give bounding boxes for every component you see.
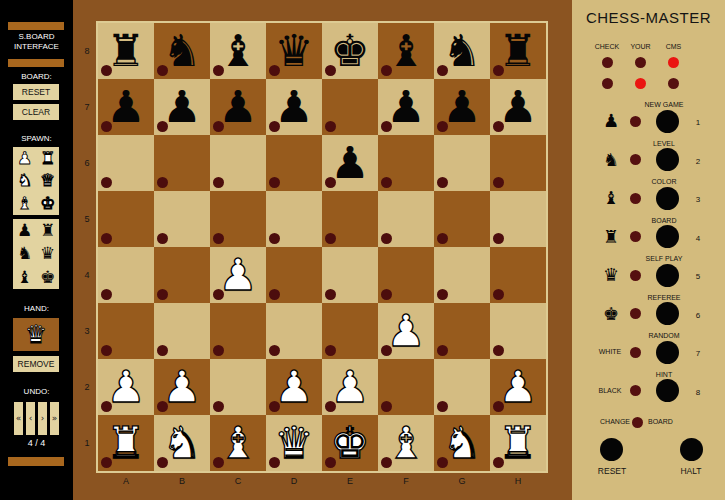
piece-black-pawn[interactable]: ♟ (218, 79, 257, 135)
piece-black-rook[interactable]: ♜ (498, 23, 537, 79)
spawn-section-label: SPAWN: (0, 134, 73, 144)
board-reset-button[interactable]: RESET (13, 84, 59, 100)
undo-back-button[interactable]: ‹ (26, 402, 35, 435)
square-d8[interactable]: ♛ (266, 23, 322, 79)
piece-black-bishop[interactable]: ♝ (386, 23, 425, 79)
sensor-dot (381, 177, 392, 188)
piece-white-rook[interactable]: ♜ (106, 415, 145, 471)
level-label: LEVEL (604, 140, 724, 147)
sensor-dot (493, 177, 504, 188)
square-c2[interactable] (210, 359, 266, 415)
square-e8[interactable]: ♚ (322, 23, 378, 79)
file-label-c: C (210, 473, 266, 489)
sensor-dot (101, 233, 112, 244)
rank-label-8: 8 (81, 23, 93, 79)
rank-label-7: 7 (81, 79, 93, 135)
piece-black-pawn[interactable]: ♟ (386, 79, 425, 135)
sensor-dot (493, 345, 504, 356)
hand-section-label: HAND: (0, 304, 73, 314)
square-a3[interactable] (98, 303, 154, 359)
rook-icon: ♜ (595, 226, 627, 248)
referee-button[interactable] (656, 302, 679, 325)
square-e1[interactable]: ♚ (322, 415, 378, 471)
button-number-3: 3 (690, 195, 706, 204)
status-led-your-row1 (635, 57, 646, 68)
rank-label-5: 5 (81, 191, 93, 247)
undo-section-label: UNDO: (0, 387, 73, 397)
spawn-black-king[interactable]: ♚ (40, 267, 55, 288)
piece-white-knight[interactable]: ♞ (442, 415, 481, 471)
square-f2[interactable] (378, 359, 434, 415)
square-f4[interactable] (378, 247, 434, 303)
status-led-check-row1 (602, 57, 613, 68)
sensor-dot (437, 345, 448, 356)
square-a5[interactable] (98, 191, 154, 247)
square-d7[interactable]: ♟ (266, 79, 322, 135)
spawn-white-knight[interactable]: ♞ (17, 170, 32, 191)
square-c1[interactable]: ♝ (210, 415, 266, 471)
square-f7[interactable]: ♟ (378, 79, 434, 135)
piece-white-pawn[interactable]: ♟ (330, 359, 369, 415)
spawn-black-queen[interactable]: ♛ (40, 243, 55, 264)
reset-button[interactable] (600, 438, 623, 461)
sensor-dot (157, 233, 168, 244)
sensor-dot (437, 233, 448, 244)
square-b5[interactable] (154, 191, 210, 247)
square-h2[interactable]: ♟ (490, 359, 546, 415)
file-label-h: H (490, 473, 546, 489)
sensor-dot (213, 233, 224, 244)
square-g6[interactable] (434, 135, 490, 191)
hand-piece-white-queen: ♛ (25, 320, 47, 350)
square-b2[interactable]: ♟ (154, 359, 210, 415)
square-f6[interactable] (378, 135, 434, 191)
file-label-e: E (322, 473, 378, 489)
square-e2[interactable]: ♟ (322, 359, 378, 415)
square-d3[interactable] (266, 303, 322, 359)
sensor-dot (325, 289, 336, 300)
piece-black-pawn[interactable]: ♟ (106, 79, 145, 135)
rank-label-4: 4 (81, 247, 93, 303)
sensor-dot (437, 289, 448, 300)
rank-labels: 87654321 (81, 23, 93, 471)
board-section-label: BOARD: (0, 72, 73, 82)
square-d4[interactable] (266, 247, 322, 303)
spawn-black-pawn[interactable]: ♟ (17, 220, 32, 241)
piece-black-pawn[interactable]: ♟ (274, 79, 313, 135)
hint-label: HINT (604, 371, 724, 378)
cms-label: CMS (649, 43, 699, 50)
sidebar-title-line2: INTERFACE (0, 42, 73, 52)
square-g5[interactable] (434, 191, 490, 247)
sidebar-title: S.BOARD INTERFACE (0, 32, 73, 52)
piece-white-pawn[interactable]: ♟ (498, 359, 537, 415)
rank-label-6: 6 (81, 135, 93, 191)
piece-black-knight[interactable]: ♞ (162, 23, 201, 79)
status-led-check-row2 (602, 78, 613, 89)
square-e6[interactable]: ♟ (322, 135, 378, 191)
button-number-8: 8 (690, 388, 706, 397)
queen-icon: ♛ (595, 264, 627, 286)
file-labels: ABCDEFGH (98, 473, 546, 489)
file-label-d: D (266, 473, 322, 489)
sensor-dot (325, 345, 336, 356)
undo-first-button[interactable]: « (14, 402, 23, 435)
chess-board-frame: 87654321 ♜♞♝♛♚♝♞♜♟♟♟♟♟♟♟♟♟♟♟♟♟♟♟♜♞♝♛♚♝♞♜… (73, 0, 572, 500)
square-d2[interactable]: ♟ (266, 359, 322, 415)
piece-black-queen[interactable]: ♛ (274, 23, 313, 79)
sensor-dot (493, 233, 504, 244)
file-label-g: G (434, 473, 490, 489)
square-f1[interactable]: ♝ (378, 415, 434, 471)
square-b6[interactable] (154, 135, 210, 191)
square-h6[interactable] (490, 135, 546, 191)
spawn-black-tray: ♟♜♞♛♝♚ (13, 219, 59, 289)
spawn-black-bishop[interactable]: ♝ (17, 267, 32, 288)
remove-button[interactable]: REMOVE (13, 356, 59, 372)
spawn-white-bishop[interactable]: ♝ (17, 193, 32, 214)
piece-white-knight[interactable]: ♞ (162, 415, 201, 471)
square-b8[interactable]: ♞ (154, 23, 210, 79)
sensor-dot (101, 177, 112, 188)
button-number-1: 1 (690, 118, 706, 127)
square-a1[interactable]: ♜ (98, 415, 154, 471)
random-led (630, 347, 641, 358)
sensor-dot (325, 121, 336, 132)
app-title: CHESS-MASTER (572, 9, 725, 26)
sensor-dot (157, 177, 168, 188)
king-icon: ♚ (595, 303, 627, 325)
square-a8[interactable]: ♜ (98, 23, 154, 79)
piece-white-pawn[interactable]: ♟ (218, 247, 257, 303)
button-number-7: 7 (690, 349, 706, 358)
hand-slot[interactable]: ♛ (13, 318, 59, 351)
square-h8[interactable]: ♜ (490, 23, 546, 79)
piece-white-bishop[interactable]: ♝ (218, 415, 257, 471)
board-led (630, 231, 641, 242)
square-h7[interactable]: ♟ (490, 79, 546, 135)
sensor-dot (157, 345, 168, 356)
level-button[interactable] (656, 148, 679, 171)
square-f5[interactable] (378, 191, 434, 247)
piece-white-king[interactable]: ♚ (330, 415, 369, 471)
accent-bar (8, 22, 64, 30)
piece-black-king[interactable]: ♚ (330, 23, 369, 79)
black-label: BLACK (586, 387, 634, 394)
accent-bar (8, 457, 64, 466)
color-label: COLOR (604, 178, 724, 185)
change-board-label: BOARD (648, 418, 673, 425)
pawn-icon: ♟ (595, 110, 627, 132)
sensor-dot (437, 177, 448, 188)
white-label: WHITE (586, 348, 634, 355)
new-game-label: NEW GAME (604, 101, 724, 108)
rank-label-2: 2 (81, 359, 93, 415)
square-g7[interactable]: ♟ (434, 79, 490, 135)
button-number-6: 6 (690, 311, 706, 320)
self-play-label: SELF PLAY (604, 255, 724, 262)
self-play-button[interactable] (656, 264, 679, 287)
piece-black-pawn[interactable]: ♟ (162, 79, 201, 135)
piece-white-pawn[interactable]: ♟ (106, 359, 145, 415)
piece-white-rook[interactable]: ♜ (498, 415, 537, 471)
referee-led (630, 308, 641, 319)
undo-last-button[interactable]: » (50, 402, 59, 435)
status-led-cms-row1 (668, 57, 679, 68)
square-h3[interactable] (490, 303, 546, 359)
button-number-2: 2 (690, 157, 706, 166)
square-b3[interactable] (154, 303, 210, 359)
random-button[interactable] (656, 341, 679, 364)
sensor-dot (157, 289, 168, 300)
square-h1[interactable]: ♜ (490, 415, 546, 471)
chess-board: ♜♞♝♛♚♝♞♜♟♟♟♟♟♟♟♟♟♟♟♟♟♟♟♜♞♝♛♚♝♞♜ (96, 21, 548, 473)
board-clear-button[interactable]: CLEAR (13, 104, 59, 120)
square-b7[interactable]: ♟ (154, 79, 210, 135)
new-game-led (630, 116, 641, 127)
square-a7[interactable]: ♟ (98, 79, 154, 135)
square-c3[interactable] (210, 303, 266, 359)
sensor-dot (213, 401, 224, 412)
piece-white-pawn[interactable]: ♟ (162, 359, 201, 415)
sensor-dot (381, 289, 392, 300)
square-h5[interactable] (490, 191, 546, 247)
spawn-white-pawn[interactable]: ♟ (17, 148, 32, 169)
piece-black-pawn[interactable]: ♟ (330, 135, 369, 191)
square-c5[interactable] (210, 191, 266, 247)
sensor-dot (325, 233, 336, 244)
piece-white-pawn[interactable]: ♟ (386, 303, 425, 359)
reset-button-label: RESET (582, 466, 642, 476)
piece-black-bishop[interactable]: ♝ (218, 23, 257, 79)
piece-black-rook[interactable]: ♜ (106, 23, 145, 79)
square-d6[interactable] (266, 135, 322, 191)
spawn-black-rook[interactable]: ♜ (40, 220, 55, 241)
square-g2[interactable] (434, 359, 490, 415)
sensor-dot (493, 289, 504, 300)
undo-status: 4 / 4 (0, 438, 73, 448)
square-g8[interactable]: ♞ (434, 23, 490, 79)
change-label: CHANGE (580, 418, 630, 425)
sensor-dot (213, 177, 224, 188)
piece-black-knight[interactable]: ♞ (442, 23, 481, 79)
square-g4[interactable] (434, 247, 490, 303)
button-number-4: 4 (690, 234, 706, 243)
square-e3[interactable] (322, 303, 378, 359)
halt-button-label: HALT (661, 466, 721, 476)
undo-controls: «‹›» (14, 402, 59, 435)
piece-white-queen[interactable]: ♛ (274, 415, 313, 471)
sensor-dot (269, 289, 280, 300)
square-h4[interactable] (490, 247, 546, 303)
sensor-dot (269, 345, 280, 356)
knight-icon: ♞ (595, 149, 627, 171)
self-play-led (630, 270, 641, 281)
hint-led (630, 385, 641, 396)
rank-label-3: 3 (81, 303, 93, 359)
sensor-dot (213, 345, 224, 356)
square-c8[interactable]: ♝ (210, 23, 266, 79)
control-panel: CHESS-MASTER CHECKYOURCMSNEW GAME♟1LEVEL… (572, 0, 725, 500)
square-d1[interactable]: ♛ (266, 415, 322, 471)
sensor-dot (269, 233, 280, 244)
color-button[interactable] (656, 187, 679, 210)
square-f3[interactable]: ♟ (378, 303, 434, 359)
sidebar-title-line1: S.BOARD (0, 32, 73, 42)
square-g3[interactable] (434, 303, 490, 359)
piece-black-pawn[interactable]: ♟ (442, 79, 481, 135)
sensor-dot (381, 233, 392, 244)
sensor-dot (269, 177, 280, 188)
change-board-led (632, 417, 643, 428)
spawn-black-knight[interactable]: ♞ (17, 243, 32, 264)
file-label-b: B (154, 473, 210, 489)
color-led (630, 193, 641, 204)
random-label: RANDOM (604, 332, 724, 339)
hint-button[interactable] (656, 379, 679, 402)
file-label-a: A (98, 473, 154, 489)
spawn-white-rook[interactable]: ♜ (40, 148, 55, 169)
square-a4[interactable] (98, 247, 154, 303)
square-f8[interactable]: ♝ (378, 23, 434, 79)
spawn-white-queen[interactable]: ♛ (40, 170, 55, 191)
halt-button[interactable] (680, 438, 703, 461)
referee-label: REFEREE (604, 294, 724, 301)
square-e5[interactable] (322, 191, 378, 247)
square-c4[interactable]: ♟ (210, 247, 266, 303)
new-game-button[interactable] (656, 110, 679, 133)
file-label-f: F (378, 473, 434, 489)
level-led (630, 154, 641, 165)
piece-white-bishop[interactable]: ♝ (386, 415, 425, 471)
square-a6[interactable] (98, 135, 154, 191)
chess-master-app: S.BOARD INTERFACE BOARD: RESET CLEAR SPA… (0, 0, 725, 500)
spawn-white-king[interactable]: ♚ (40, 193, 55, 214)
sensor-dot (381, 401, 392, 412)
rank-label-1: 1 (81, 415, 93, 471)
square-a2[interactable]: ♟ (98, 359, 154, 415)
square-b1[interactable]: ♞ (154, 415, 210, 471)
status-led-your-row2 (635, 78, 646, 89)
square-g1[interactable]: ♞ (434, 415, 490, 471)
undo-forward-button[interactable]: › (38, 402, 47, 435)
piece-black-pawn[interactable]: ♟ (498, 79, 537, 135)
square-d5[interactable] (266, 191, 322, 247)
sensor-dot (101, 289, 112, 300)
square-e7[interactable] (322, 79, 378, 135)
square-c7[interactable]: ♟ (210, 79, 266, 135)
bishop-icon: ♝ (595, 187, 627, 209)
square-b4[interactable] (154, 247, 210, 303)
square-e4[interactable] (322, 247, 378, 303)
board-button[interactable] (656, 225, 679, 248)
status-led-cms-row2 (668, 78, 679, 89)
board-label: BOARD (604, 217, 724, 224)
sensor-dot (437, 401, 448, 412)
accent-bar (8, 59, 64, 67)
sensor-board-interface-panel: S.BOARD INTERFACE BOARD: RESET CLEAR SPA… (0, 0, 73, 500)
spawn-white-tray: ♟♜♞♛♝♚ (13, 147, 59, 215)
square-c6[interactable] (210, 135, 266, 191)
button-number-5: 5 (690, 272, 706, 281)
sensor-dot (101, 345, 112, 356)
piece-white-pawn[interactable]: ♟ (274, 359, 313, 415)
